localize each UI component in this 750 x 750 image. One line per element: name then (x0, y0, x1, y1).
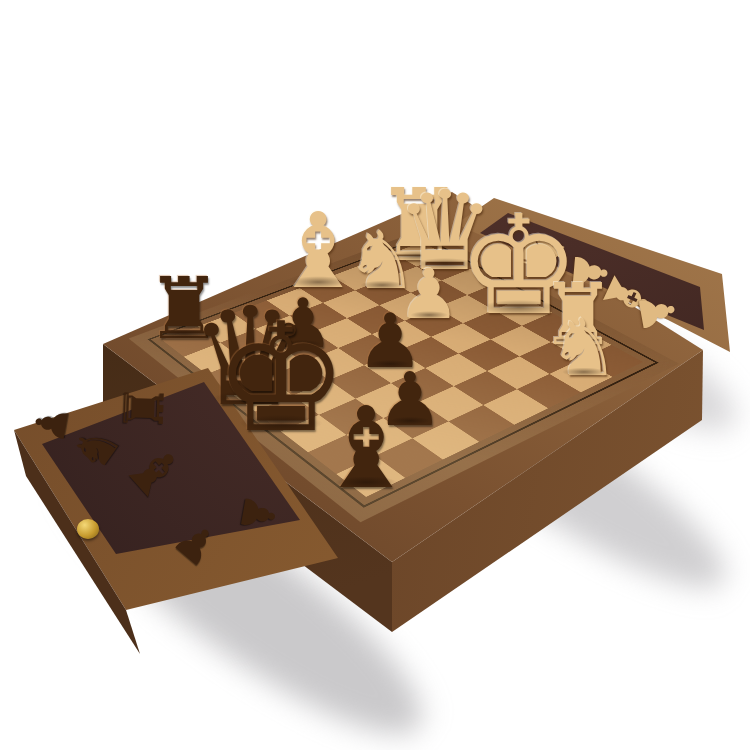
left-drawer-stored-pawn[interactable]: ♟ (233, 491, 283, 537)
drawer-knob[interactable] (77, 519, 99, 539)
piece-black-bishop-h1[interactable]: ♝ (316, 392, 416, 504)
piece-white-knight-h7[interactable]: ♞ (549, 309, 620, 388)
chess-set-photo: ♜♛♚♜♞♞♟♝♟♟♟♜♛♚♝♟♜♞♝♟♟♞♟♝♟ (0, 0, 750, 750)
right-drawer-stored-pawn[interactable]: ♟ (631, 288, 683, 337)
piece-contact-shadow (240, 415, 323, 432)
left-drawer-stored-rook[interactable]: ♜ (114, 383, 170, 433)
piece-contact-shadow (562, 368, 605, 377)
piece-contact-shadow (335, 476, 397, 488)
